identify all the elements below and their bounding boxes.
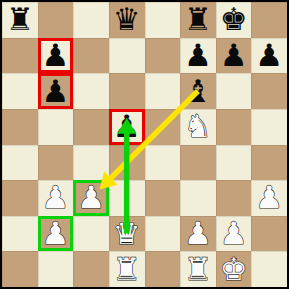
black-rook-f8[interactable]: ♜ — [184, 2, 212, 37]
square-d1[interactable]: ♜ — [109, 251, 145, 287]
square-b8[interactable] — [38, 2, 74, 38]
square-e3[interactable] — [145, 180, 181, 216]
white-rook-f1[interactable]: ♜ — [184, 252, 212, 287]
black-king-g8[interactable]: ♚ — [220, 2, 248, 37]
square-b4[interactable] — [38, 145, 74, 181]
square-g8[interactable]: ♚ — [216, 2, 252, 38]
black-pawn-f7[interactable]: ♟ — [184, 38, 212, 73]
square-f5[interactable]: ♞ — [180, 109, 216, 145]
square-c5[interactable] — [73, 109, 109, 145]
square-g2[interactable]: ♟ — [216, 216, 252, 252]
square-a8[interactable]: ♜ — [2, 2, 38, 38]
white-pawn-b2[interactable]: ♟ — [42, 216, 70, 251]
square-c4[interactable] — [73, 145, 109, 181]
square-f4[interactable] — [180, 145, 216, 181]
square-h7[interactable]: ♟ — [251, 38, 287, 74]
square-d5[interactable]: ♟ — [109, 109, 145, 145]
square-e4[interactable] — [145, 145, 181, 181]
square-g3[interactable] — [216, 180, 252, 216]
square-h4[interactable] — [251, 145, 287, 181]
square-d8[interactable]: ♛ — [109, 2, 145, 38]
square-b6[interactable]: ♟ — [38, 73, 74, 109]
square-f1[interactable]: ♜ — [180, 251, 216, 287]
square-d4[interactable] — [109, 145, 145, 181]
white-queen-d2[interactable]: ♛ — [113, 216, 141, 251]
chess-board: ♜♛♜♚♟♟♟♟♟♝♟♞♟♟♟♟♛♟♟♜♜♚ — [0, 0, 289, 289]
square-f7[interactable]: ♟ — [180, 38, 216, 74]
square-a7[interactable] — [2, 38, 38, 74]
square-e5[interactable] — [145, 109, 181, 145]
square-g6[interactable] — [216, 73, 252, 109]
square-h1[interactable] — [251, 251, 287, 287]
square-a4[interactable] — [2, 145, 38, 181]
square-d3[interactable] — [109, 180, 145, 216]
square-b2[interactable]: ♟ — [38, 216, 74, 252]
square-h8[interactable] — [251, 2, 287, 38]
square-c8[interactable] — [73, 2, 109, 38]
square-c2[interactable] — [73, 216, 109, 252]
square-c6[interactable] — [73, 73, 109, 109]
square-d6[interactable] — [109, 73, 145, 109]
square-a6[interactable] — [2, 73, 38, 109]
square-e2[interactable] — [145, 216, 181, 252]
square-e7[interactable] — [145, 38, 181, 74]
white-pawn-g2[interactable]: ♟ — [220, 216, 248, 251]
black-queen-d8[interactable]: ♛ — [113, 2, 141, 37]
black-pawn-b6[interactable]: ♟ — [42, 74, 70, 109]
square-b3[interactable]: ♟ — [38, 180, 74, 216]
black-bishop-f6[interactable]: ♝ — [184, 74, 212, 109]
square-b5[interactable] — [38, 109, 74, 145]
square-d2[interactable]: ♛ — [109, 216, 145, 252]
square-e6[interactable] — [145, 73, 181, 109]
black-rook-a8[interactable]: ♜ — [6, 2, 34, 37]
square-f6[interactable]: ♝ — [180, 73, 216, 109]
square-g1[interactable]: ♚ — [216, 251, 252, 287]
black-pawn-h7[interactable]: ♟ — [255, 38, 283, 73]
white-pawn-f2[interactable]: ♟ — [184, 216, 212, 251]
square-a3[interactable] — [2, 180, 38, 216]
white-rook-d1[interactable]: ♜ — [113, 252, 141, 287]
square-h6[interactable] — [251, 73, 287, 109]
square-a2[interactable] — [2, 216, 38, 252]
square-h5[interactable] — [251, 109, 287, 145]
square-e8[interactable] — [145, 2, 181, 38]
square-d7[interactable] — [109, 38, 145, 74]
square-a1[interactable] — [2, 251, 38, 287]
white-king-g1[interactable]: ♚ — [220, 252, 248, 287]
white-pawn-h3[interactable]: ♟ — [255, 180, 283, 215]
square-b7[interactable]: ♟ — [38, 38, 74, 74]
square-c3[interactable]: ♟ — [73, 180, 109, 216]
square-c1[interactable] — [73, 251, 109, 287]
square-c7[interactable] — [73, 38, 109, 74]
square-g4[interactable] — [216, 145, 252, 181]
square-h3[interactable]: ♟ — [251, 180, 287, 216]
white-pawn-b3[interactable]: ♟ — [42, 180, 70, 215]
square-f3[interactable] — [180, 180, 216, 216]
square-e1[interactable] — [145, 251, 181, 287]
black-pawn-b7[interactable]: ♟ — [42, 38, 70, 73]
square-h2[interactable] — [251, 216, 287, 252]
square-f8[interactable]: ♜ — [180, 2, 216, 38]
black-pawn-d5[interactable]: ♟ — [113, 109, 141, 144]
square-f2[interactable]: ♟ — [180, 216, 216, 252]
square-b1[interactable] — [38, 251, 74, 287]
square-g5[interactable] — [216, 109, 252, 145]
square-a5[interactable] — [2, 109, 38, 145]
white-pawn-c3[interactable]: ♟ — [77, 180, 105, 215]
square-g7[interactable]: ♟ — [216, 38, 252, 74]
black-pawn-g7[interactable]: ♟ — [220, 38, 248, 73]
white-knight-f5[interactable]: ♞ — [184, 109, 212, 144]
